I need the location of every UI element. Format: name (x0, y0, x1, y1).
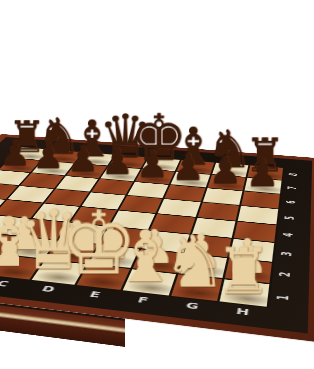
product-photo-canvas: ♜♞♝♛♚♝♞♜♟♟♟♟♟♟♟♟♟♟♟♟♟♟♟♟♜♞♝♛♚♝♞♜ ABCDEFG… (0, 0, 314, 369)
board-wood-rim: ♜♞♝♛♚♝♞♜♟♟♟♟♟♟♟♟♟♟♟♟♟♟♟♟♜♞♝♛♚♝♞♜ ABCDEFG… (0, 134, 314, 343)
board-grid: ♜♞♝♛♚♝♞♜♟♟♟♟♟♟♟♟♟♟♟♟♟♟♟♟♜♞♝♛♚♝♞♜ (0, 147, 285, 309)
square-h1: ♜ (219, 279, 269, 307)
square-g5 (197, 202, 239, 220)
chess-board: ♜♞♝♛♚♝♞♜♟♟♟♟♟♟♟♟♟♟♟♟♟♟♟♟♜♞♝♛♚♝♞♜ ABCDEFG… (0, 134, 314, 343)
coordinate-frame: ♜♞♝♛♚♝♞♜♟♟♟♟♟♟♟♟♟♟♟♟♟♟♟♟♜♞♝♛♚♝♞♜ ABCDEFG… (0, 137, 312, 333)
piece-white-rook: ♜ (177, 240, 310, 303)
